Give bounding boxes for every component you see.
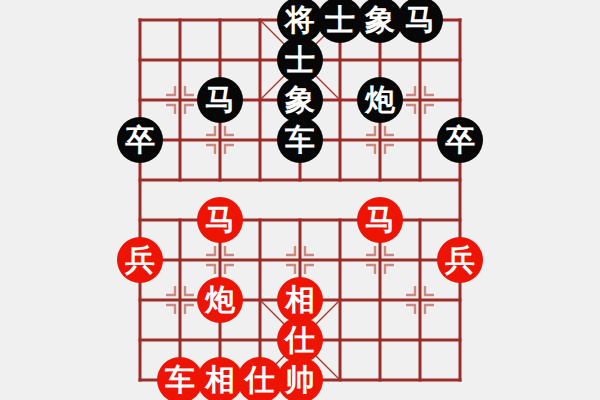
- piece-black-horse[interactable]: 马: [197, 77, 243, 123]
- piece-black-cannon[interactable]: 炮: [357, 77, 403, 123]
- piece-black-horse[interactable]: 马: [397, 0, 443, 43]
- piece-black-soldier[interactable]: 卒: [437, 117, 483, 163]
- piece-red-general[interactable]: 帅: [277, 357, 323, 400]
- piece-red-horse[interactable]: 马: [357, 197, 403, 243]
- piece-red-soldier[interactable]: 兵: [117, 237, 163, 283]
- piece-red-soldier[interactable]: 兵: [437, 237, 483, 283]
- xiangqi-board[interactable]: 将士象马士马象炮卒车卒马马兵兵炮相仕车相仕帅: [140, 20, 460, 380]
- piece-red-horse[interactable]: 马: [197, 197, 243, 243]
- piece-black-chariot[interactable]: 车: [277, 117, 323, 163]
- piece-red-cannon[interactable]: 炮: [197, 277, 243, 323]
- piece-black-soldier[interactable]: 卒: [117, 117, 163, 163]
- piece-layer: 将士象马士马象炮卒车卒马马兵兵炮相仕车相仕帅: [120, 0, 480, 400]
